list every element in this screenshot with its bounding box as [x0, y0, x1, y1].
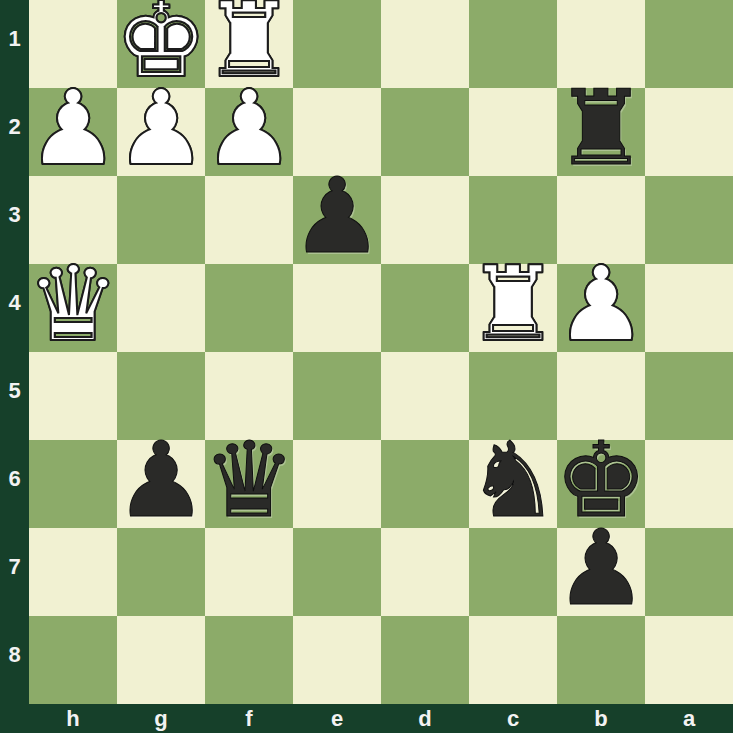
square-a8[interactable] [645, 616, 733, 704]
square-a3[interactable] [645, 176, 733, 264]
file-label-d: d [381, 704, 469, 733]
rank-label-4: 4 [0, 264, 29, 352]
file-label-b: b [557, 704, 645, 733]
file-label-h: h [29, 704, 117, 733]
square-d5[interactable] [381, 352, 469, 440]
square-e5[interactable] [293, 352, 381, 440]
square-h4[interactable]: ♛ [29, 264, 117, 352]
square-d4[interactable] [381, 264, 469, 352]
square-b7[interactable]: ♟ [557, 528, 645, 616]
square-h8[interactable] [29, 616, 117, 704]
white-queen[interactable]: ♛ [26, 260, 119, 348]
rank-label-5: 5 [0, 352, 29, 440]
rank-label-1: 1 [0, 0, 29, 88]
square-d3[interactable] [381, 176, 469, 264]
white-pawn[interactable]: ♟ [114, 84, 207, 172]
square-e6[interactable] [293, 440, 381, 528]
square-b2[interactable]: ♜ [557, 88, 645, 176]
square-a4[interactable] [645, 264, 733, 352]
square-d7[interactable] [381, 528, 469, 616]
rank-label-2: 2 [0, 88, 29, 176]
square-e1[interactable] [293, 0, 381, 88]
black-pawn[interactable]: ♟ [554, 524, 647, 612]
square-g7[interactable] [117, 528, 205, 616]
square-f3[interactable] [205, 176, 293, 264]
square-a5[interactable] [645, 352, 733, 440]
square-c1[interactable] [469, 0, 557, 88]
black-knight[interactable]: ♞ [466, 436, 559, 524]
square-f8[interactable] [205, 616, 293, 704]
square-h2[interactable]: ♟ [29, 88, 117, 176]
square-f2[interactable]: ♟ [205, 88, 293, 176]
rank-labels: 12345678 [0, 0, 29, 704]
white-rook[interactable]: ♜ [466, 260, 559, 348]
square-h7[interactable] [29, 528, 117, 616]
square-g4[interactable] [117, 264, 205, 352]
black-rook[interactable]: ♜ [554, 84, 647, 172]
square-c7[interactable] [469, 528, 557, 616]
square-c2[interactable] [469, 88, 557, 176]
square-e7[interactable] [293, 528, 381, 616]
file-labels: hgfedcba [29, 704, 733, 733]
file-label-e: e [293, 704, 381, 733]
square-e4[interactable] [293, 264, 381, 352]
square-b8[interactable] [557, 616, 645, 704]
board-frame: 12345678 ♚♜♟♟♟♜♟♛♜♟♟♛♞♚♟ hgfedcba [0, 0, 733, 733]
black-pawn[interactable]: ♟ [114, 436, 207, 524]
square-g8[interactable] [117, 616, 205, 704]
square-c8[interactable] [469, 616, 557, 704]
square-h6[interactable] [29, 440, 117, 528]
square-e8[interactable] [293, 616, 381, 704]
square-c4[interactable]: ♜ [469, 264, 557, 352]
square-f7[interactable] [205, 528, 293, 616]
square-g2[interactable]: ♟ [117, 88, 205, 176]
black-pawn[interactable]: ♟ [290, 172, 383, 260]
square-g3[interactable] [117, 176, 205, 264]
square-f6[interactable]: ♛ [205, 440, 293, 528]
file-label-a: a [645, 704, 733, 733]
file-label-g: g [117, 704, 205, 733]
rank-label-7: 7 [0, 528, 29, 616]
black-queen[interactable]: ♛ [202, 436, 295, 524]
square-e3[interactable]: ♟ [293, 176, 381, 264]
square-d6[interactable] [381, 440, 469, 528]
file-label-f: f [205, 704, 293, 733]
chess-board: ♚♜♟♟♟♜♟♛♜♟♟♛♞♚♟ [29, 0, 733, 704]
square-g6[interactable]: ♟ [117, 440, 205, 528]
square-c6[interactable]: ♞ [469, 440, 557, 528]
square-a7[interactable] [645, 528, 733, 616]
square-d8[interactable] [381, 616, 469, 704]
white-pawn[interactable]: ♟ [554, 260, 647, 348]
square-f4[interactable] [205, 264, 293, 352]
rank-label-3: 3 [0, 176, 29, 264]
rank-label-8: 8 [0, 616, 29, 704]
square-a6[interactable] [645, 440, 733, 528]
square-d1[interactable] [381, 0, 469, 88]
square-a1[interactable] [645, 0, 733, 88]
white-pawn[interactable]: ♟ [26, 84, 119, 172]
square-d2[interactable] [381, 88, 469, 176]
square-b4[interactable]: ♟ [557, 264, 645, 352]
square-a2[interactable] [645, 88, 733, 176]
rank-label-6: 6 [0, 440, 29, 528]
white-pawn[interactable]: ♟ [202, 84, 295, 172]
square-h5[interactable] [29, 352, 117, 440]
file-label-c: c [469, 704, 557, 733]
